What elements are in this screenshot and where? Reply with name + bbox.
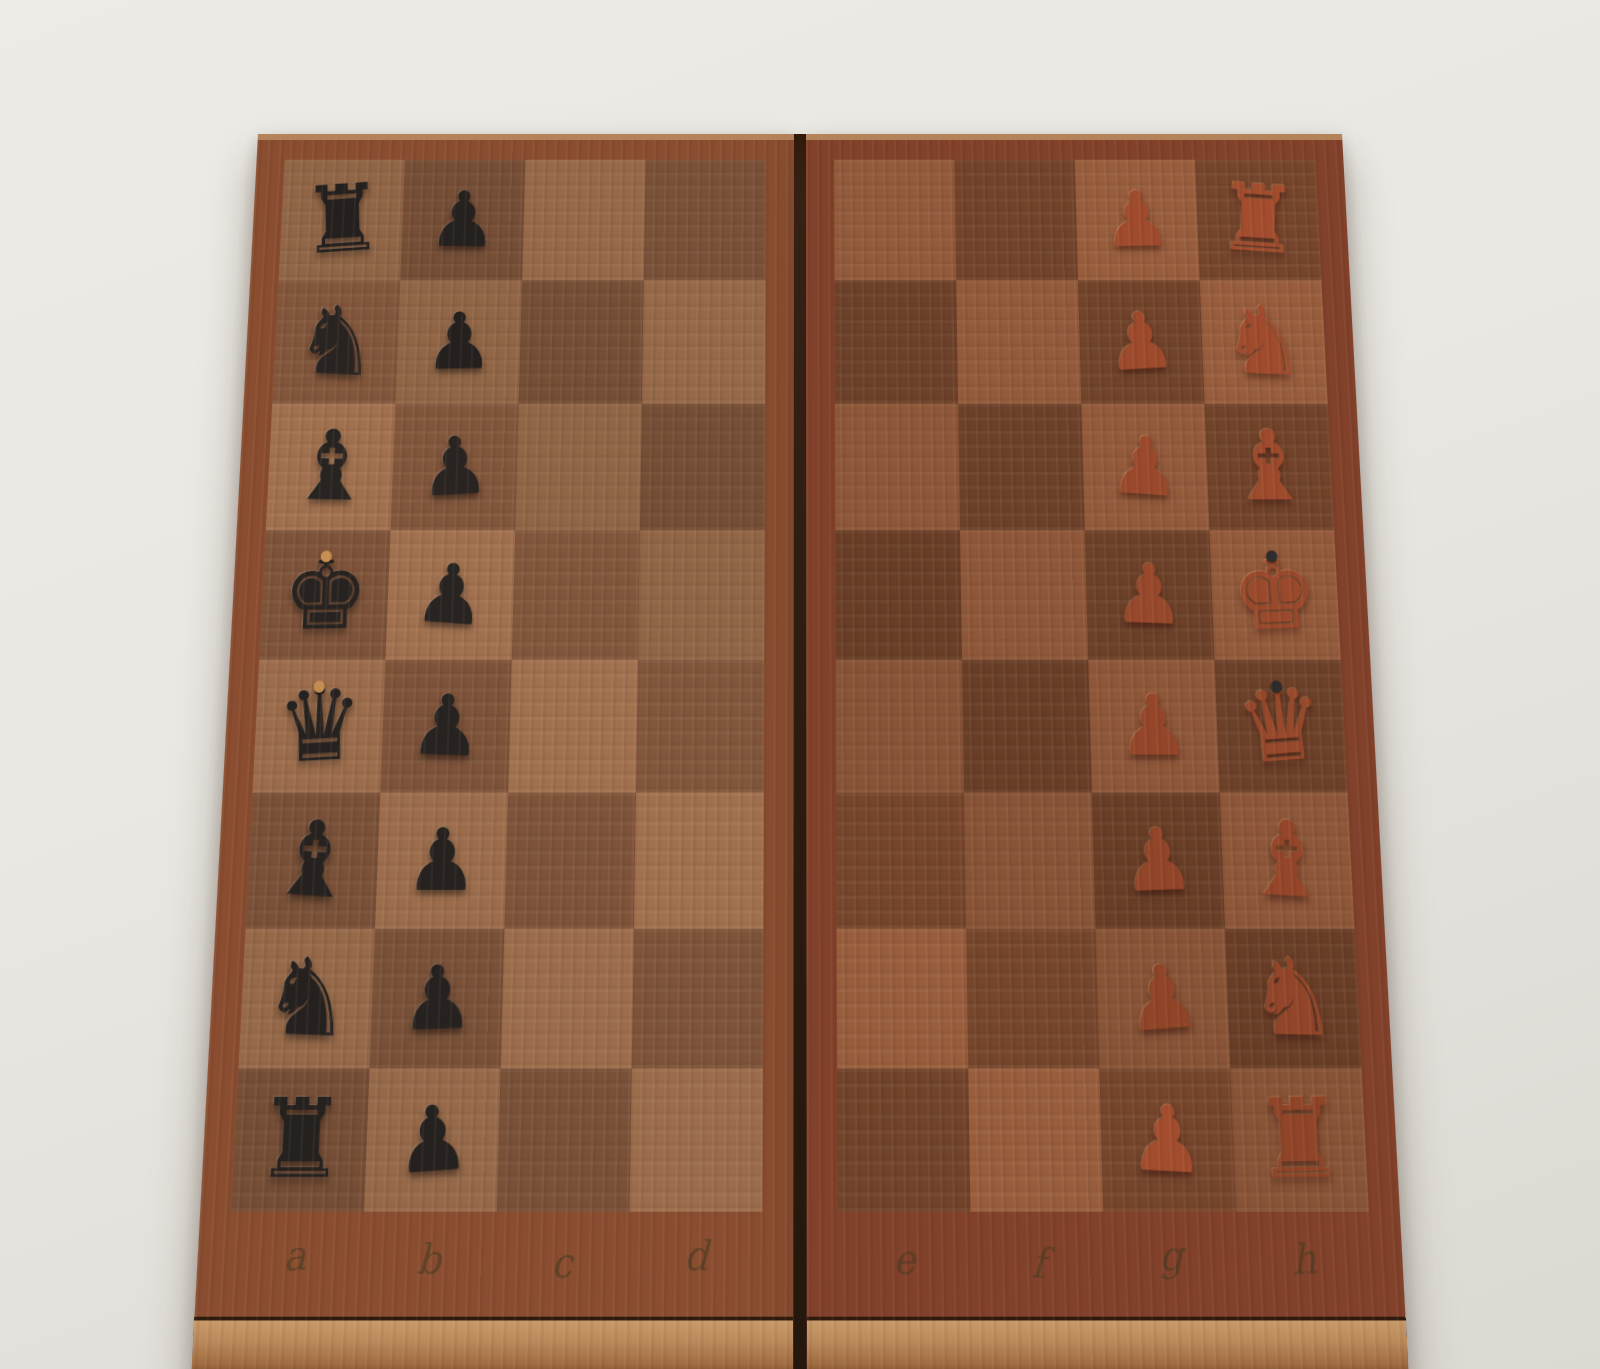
square-a3[interactable]: ♝ xyxy=(246,793,381,929)
board-right-grid: ♟♜♟♞♟♝♟♚♟♛♟♝♟♞♟♜ xyxy=(834,160,1369,1212)
square-b8[interactable]: ♟ xyxy=(400,160,525,281)
square-f2[interactable] xyxy=(966,929,1099,1069)
square-g2[interactable]: ♟ xyxy=(1096,929,1231,1069)
piece-black-bishop[interactable]: ♝ xyxy=(285,418,376,516)
square-g5[interactable]: ♟ xyxy=(1085,530,1215,660)
square-b1[interactable]: ♟ xyxy=(364,1068,501,1211)
square-d1[interactable] xyxy=(630,1068,763,1211)
square-e8[interactable] xyxy=(834,160,956,281)
piece-red-pawn[interactable]: ♟ xyxy=(1129,1092,1205,1187)
piece-black-pawn[interactable]: ♟ xyxy=(404,817,480,903)
square-a2[interactable]: ♞ xyxy=(238,929,375,1069)
piece-red-pawn[interactable]: ♟ xyxy=(1116,684,1191,768)
square-e2[interactable] xyxy=(837,929,969,1069)
piece-red-bishop[interactable]: ♝ xyxy=(1242,806,1331,915)
piece-red-knight[interactable]: ♞ xyxy=(1247,944,1340,1053)
piece-black-pawn[interactable]: ♟ xyxy=(424,302,495,381)
square-c5[interactable] xyxy=(512,530,640,660)
file-label-d: d xyxy=(627,1229,764,1320)
piece-red-pawn[interactable]: ♟ xyxy=(1101,181,1174,259)
square-f8[interactable] xyxy=(954,160,1078,281)
square-h4[interactable]: ♛ xyxy=(1215,660,1348,793)
square-b4[interactable]: ♟ xyxy=(380,660,511,793)
piece-black-rook[interactable]: ♜ xyxy=(253,1085,349,1195)
piece-black-rook[interactable]: ♜ xyxy=(300,171,386,269)
file-label-a: a xyxy=(228,1227,362,1320)
piece-black-queen[interactable]: ♛ xyxy=(276,673,364,779)
square-e1[interactable] xyxy=(837,1068,970,1211)
board-right-file-labels: efgh xyxy=(838,1212,1375,1317)
piece-black-king[interactable]: ♚ xyxy=(281,544,370,645)
square-d4[interactable] xyxy=(636,660,764,793)
file-label-f: f xyxy=(970,1235,1106,1328)
piece-black-pawn[interactable]: ♟ xyxy=(400,953,474,1044)
square-e3[interactable] xyxy=(836,793,966,929)
piece-black-pawn[interactable]: ♟ xyxy=(407,683,485,770)
square-g1[interactable]: ♟ xyxy=(1099,1068,1236,1211)
square-a4[interactable]: ♛ xyxy=(252,660,385,793)
board-left-half: ♜♟♞♟♝♟♚♟♛♟♝♟♞♟♜♟ abcd xyxy=(191,134,794,1369)
file-label-c: c xyxy=(495,1236,630,1327)
folding-chess-board: ♜♟♞♟♝♟♚♟♛♟♝♟♞♟♜♟ abcd ♟♜♟♞♟♝♟♚♟♛♟♝♟♞♟♜ e… xyxy=(191,134,1408,1369)
square-c6[interactable] xyxy=(515,404,642,530)
file-label-g: g xyxy=(1104,1231,1240,1317)
board-right-side-edge xyxy=(807,1317,1409,1369)
square-h7[interactable]: ♞ xyxy=(1200,280,1328,403)
square-a1[interactable]: ♜ xyxy=(231,1068,369,1211)
square-a8[interactable]: ♜ xyxy=(279,160,405,281)
photo-scene: ♜♟♞♟♝♟♚♟♛♟♝♟♞♟♜♟ abcd ♟♜♟♞♟♝♟♚♟♛♟♝♟♞♟♜ e… xyxy=(0,0,1600,1369)
square-a5[interactable]: ♚ xyxy=(259,530,390,660)
square-f4[interactable] xyxy=(962,660,1092,793)
square-e6[interactable] xyxy=(835,404,960,530)
square-h8[interactable]: ♜ xyxy=(1195,160,1321,281)
square-b6[interactable]: ♟ xyxy=(391,404,519,530)
piece-red-pawn[interactable]: ♟ xyxy=(1103,301,1179,383)
board-left-grid: ♜♟♞♟♝♟♚♟♛♟♝♟♞♟♜♟ xyxy=(231,160,766,1212)
square-e7[interactable] xyxy=(834,280,958,403)
square-c7[interactable] xyxy=(519,280,644,403)
square-c3[interactable] xyxy=(504,793,636,929)
square-g7[interactable]: ♟ xyxy=(1078,280,1205,403)
piece-black-pawn[interactable]: ♟ xyxy=(411,551,490,638)
square-e5[interactable] xyxy=(835,530,962,660)
square-h2[interactable]: ♞ xyxy=(1225,929,1362,1069)
square-c2[interactable] xyxy=(501,929,634,1069)
square-g3[interactable]: ♟ xyxy=(1092,793,1225,929)
square-c4[interactable] xyxy=(508,660,638,793)
file-label-h: h xyxy=(1235,1231,1376,1324)
square-b5[interactable]: ♟ xyxy=(385,530,515,660)
square-d6[interactable] xyxy=(640,404,765,530)
square-b7[interactable]: ♟ xyxy=(395,280,522,403)
square-c1[interactable] xyxy=(497,1068,632,1211)
piece-black-pawn[interactable]: ♟ xyxy=(394,1092,472,1188)
piece-red-king[interactable]: ♚ xyxy=(1228,544,1322,646)
board-fold-gap xyxy=(793,134,806,1369)
piece-red-rook[interactable]: ♜ xyxy=(1251,1084,1348,1196)
board-left-side-edge xyxy=(191,1317,793,1369)
file-label-e: e xyxy=(837,1234,973,1322)
square-a7[interactable]: ♞ xyxy=(272,280,400,403)
piece-red-rook[interactable]: ♜ xyxy=(1215,171,1301,269)
square-h1[interactable]: ♜ xyxy=(1230,1068,1368,1211)
piece-red-pawn[interactable]: ♟ xyxy=(1108,424,1181,509)
square-h3[interactable]: ♝ xyxy=(1220,793,1355,929)
square-g4[interactable]: ♟ xyxy=(1088,660,1219,793)
piece-red-bishop[interactable]: ♝ xyxy=(1224,418,1314,515)
square-d5[interactable] xyxy=(638,530,765,660)
piece-black-pawn[interactable]: ♟ xyxy=(419,425,491,509)
square-f1[interactable] xyxy=(968,1068,1103,1211)
piece-red-pawn[interactable]: ♟ xyxy=(1119,816,1198,905)
square-b3[interactable]: ♟ xyxy=(375,793,508,929)
square-f6[interactable] xyxy=(958,404,1085,530)
piece-red-pawn[interactable]: ♟ xyxy=(1113,552,1185,637)
square-f5[interactable] xyxy=(960,530,1088,660)
square-e4[interactable] xyxy=(836,660,964,793)
board-left-file-labels: abcd xyxy=(226,1212,763,1317)
square-d3[interactable] xyxy=(634,793,764,929)
square-d8[interactable] xyxy=(644,160,766,281)
piece-black-pawn[interactable]: ♟ xyxy=(427,181,500,259)
file-label-b: b xyxy=(359,1234,497,1322)
square-f7[interactable] xyxy=(956,280,1081,403)
square-b2[interactable]: ♟ xyxy=(370,929,505,1069)
square-g6[interactable]: ♟ xyxy=(1081,404,1209,530)
square-g8[interactable]: ♟ xyxy=(1075,160,1200,281)
piece-black-bishop[interactable]: ♝ xyxy=(263,805,362,916)
piece-black-knight[interactable]: ♞ xyxy=(290,292,383,391)
piece-black-knight[interactable]: ♞ xyxy=(258,943,356,1053)
square-d7[interactable] xyxy=(642,280,766,403)
square-h5[interactable]: ♚ xyxy=(1209,530,1340,660)
square-h6[interactable]: ♝ xyxy=(1205,404,1335,530)
square-c8[interactable] xyxy=(522,160,646,281)
square-d2[interactable] xyxy=(632,929,764,1069)
square-a6[interactable]: ♝ xyxy=(266,404,396,530)
board-right-half: ♟♜♟♞♟♝♟♚♟♛♟♝♟♞♟♜ efgh xyxy=(806,134,1409,1369)
piece-red-pawn[interactable]: ♟ xyxy=(1122,951,1204,1045)
piece-red-queen[interactable]: ♛ xyxy=(1232,672,1330,780)
square-f3[interactable] xyxy=(964,793,1096,929)
piece-red-knight[interactable]: ♞ xyxy=(1221,293,1306,391)
